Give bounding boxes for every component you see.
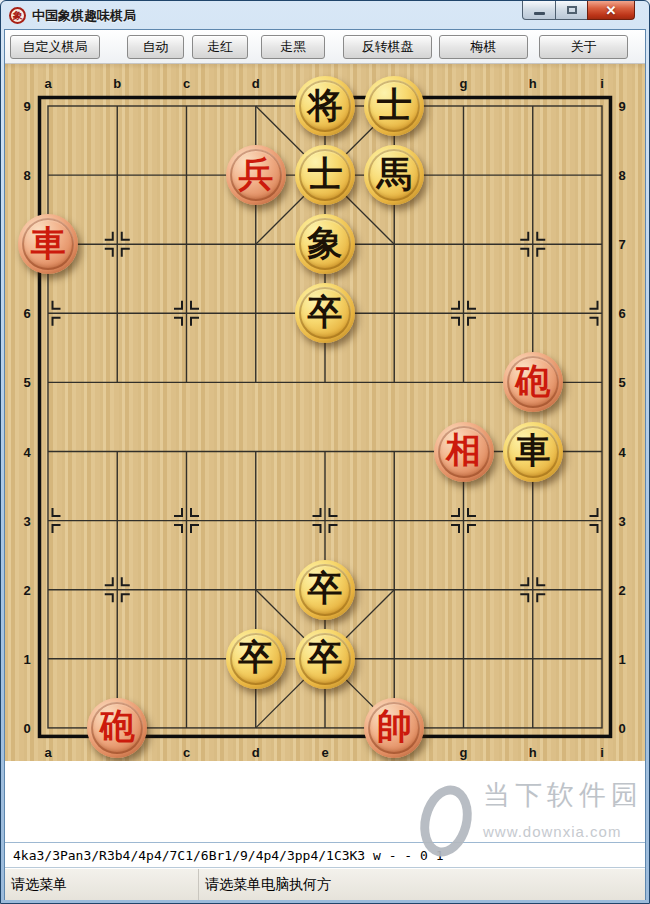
rank-label-right-5: 5 <box>618 375 625 390</box>
piece-glyph: 砲 <box>100 709 135 744</box>
piece-glyph: 車 <box>515 433 550 468</box>
rank-label-left-6: 6 <box>23 306 30 321</box>
piece-black-e2[interactable]: 卒 <box>295 560 355 620</box>
piece-glyph: 卒 <box>308 295 343 330</box>
toolbar: 自定义棋局 自动 走红 走黑 反转棋盘 梅棋 关于 <box>5 30 645 64</box>
piece-black-e8[interactable]: 士 <box>295 145 355 205</box>
toolbar-button-red-moves[interactable]: 走红 <box>192 35 248 59</box>
piece-black-f8[interactable]: 馬 <box>364 145 424 205</box>
file-label-top-g: g <box>460 76 468 91</box>
app-window: 象 中国象棋趣味棋局 ✕ 自定义棋局 自动 走红 走黑 反转棋盘 梅棋 关于 a… <box>0 0 650 904</box>
piece-glyph: 相 <box>446 433 481 468</box>
piece-glyph: 砲 <box>515 364 550 399</box>
piece-glyph: 馬 <box>377 157 412 192</box>
rank-label-left-9: 9 <box>23 99 30 114</box>
piece-glyph: 士 <box>377 88 412 123</box>
toolbar-button-auto[interactable]: 自动 <box>127 35 184 59</box>
minimize-icon <box>534 12 545 15</box>
file-label-top-b: b <box>113 76 121 91</box>
piece-black-f9[interactable]: 士 <box>364 76 424 136</box>
status-left-text: 请选菜单 <box>5 869 198 900</box>
rank-label-right-8: 8 <box>618 168 625 183</box>
piece-red-g4[interactable]: 相 <box>434 422 494 482</box>
file-label-top-c: c <box>183 76 190 91</box>
app-icon: 象 <box>9 7 26 24</box>
rank-label-left-2: 2 <box>23 582 30 597</box>
move-log-area <box>5 761 645 842</box>
client-area: 自定义棋局 自动 走红 走黑 反转棋盘 梅棋 关于 aabbccddeeffgg… <box>5 30 645 899</box>
file-label-top-i: i <box>600 76 604 91</box>
toolbar-button-black-moves[interactable]: 走黑 <box>261 35 325 59</box>
window-controls: ✕ <box>522 1 635 20</box>
toolbar-button-custom-position[interactable]: 自定义棋局 <box>10 35 100 59</box>
status-middle-text: 请选菜单电脑执何方 <box>198 869 645 900</box>
file-label-bottom-e: e <box>321 745 328 760</box>
piece-red-f0[interactable]: 帥 <box>364 698 424 758</box>
piece-glyph: 士 <box>308 157 343 192</box>
fen-text: 4ka3/3Pan3/R3b4/4p4/7C1/6Br1/9/4p4/3pp4/… <box>5 842 645 868</box>
rank-label-right-1: 1 <box>618 651 625 666</box>
toolbar-button-plum-chess[interactable]: 梅棋 <box>439 35 528 59</box>
rank-label-right-0: 0 <box>618 720 625 735</box>
rank-label-right-2: 2 <box>618 582 625 597</box>
piece-glyph: 卒 <box>238 640 273 675</box>
file-label-bottom-c: c <box>183 745 190 760</box>
file-label-bottom-a: a <box>44 745 51 760</box>
toolbar-button-flip-board[interactable]: 反转棋盘 <box>343 35 432 59</box>
file-label-top-a: a <box>44 76 51 91</box>
piece-glyph: 卒 <box>308 571 343 606</box>
piece-black-e1[interactable]: 卒 <box>295 629 355 689</box>
piece-black-d1[interactable]: 卒 <box>226 629 286 689</box>
close-button[interactable]: ✕ <box>587 1 635 20</box>
file-label-bottom-i: i <box>600 745 604 760</box>
file-label-bottom-d: d <box>252 745 260 760</box>
piece-glyph: 象 <box>308 226 343 261</box>
status-bar: 请选菜单 请选菜单电脑执何方 <box>5 868 645 900</box>
piece-glyph: 兵 <box>238 157 273 192</box>
rank-label-left-1: 1 <box>23 651 30 666</box>
rank-label-left-8: 8 <box>23 168 30 183</box>
piece-black-e9[interactable]: 将 <box>295 76 355 136</box>
toolbar-button-about[interactable]: 关于 <box>539 35 628 59</box>
maximize-icon <box>567 6 577 14</box>
piece-glyph: 将 <box>308 88 343 123</box>
file-label-top-d: d <box>252 76 260 91</box>
window-title: 中国象棋趣味棋局 <box>32 7 136 25</box>
maximize-button[interactable] <box>556 1 587 20</box>
rank-label-right-9: 9 <box>618 99 625 114</box>
piece-red-h5[interactable]: 砲 <box>503 352 563 412</box>
piece-black-e7[interactable]: 象 <box>295 214 355 274</box>
file-label-bottom-g: g <box>460 745 468 760</box>
piece-black-e6[interactable]: 卒 <box>295 283 355 343</box>
xiangqi-board[interactable]: aabbccddeeffgghhii99887766554433221100将士… <box>5 64 645 762</box>
piece-red-b0[interactable]: 砲 <box>87 698 147 758</box>
close-icon: ✕ <box>606 4 617 17</box>
rank-label-right-4: 4 <box>618 444 625 459</box>
piece-glyph: 車 <box>31 226 66 261</box>
piece-red-a7[interactable]: 車 <box>18 214 78 274</box>
file-label-bottom-h: h <box>529 745 537 760</box>
rank-label-right-7: 7 <box>618 237 625 252</box>
rank-label-left-4: 4 <box>23 444 30 459</box>
minimize-button[interactable] <box>522 1 556 20</box>
piece-red-d8[interactable]: 兵 <box>226 145 286 205</box>
piece-glyph: 卒 <box>308 640 343 675</box>
rank-label-left-3: 3 <box>23 513 30 528</box>
rank-label-right-3: 3 <box>618 513 625 528</box>
rank-label-left-5: 5 <box>23 375 30 390</box>
piece-black-h4[interactable]: 車 <box>503 422 563 482</box>
rank-label-right-6: 6 <box>618 306 625 321</box>
rank-label-left-0: 0 <box>23 720 30 735</box>
file-label-top-h: h <box>529 76 537 91</box>
piece-glyph: 帥 <box>377 709 412 744</box>
